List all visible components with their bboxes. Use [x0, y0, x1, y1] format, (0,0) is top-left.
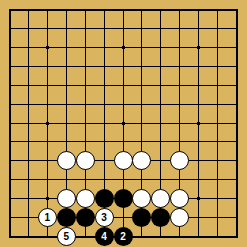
- star-point: [46, 46, 49, 49]
- move-number-label: 4: [101, 232, 107, 242]
- stone-black: 4: [95, 227, 114, 246]
- go-board-diagram: 13542: [0, 0, 247, 247]
- stone-white: [114, 151, 133, 170]
- stone-white: 5: [57, 227, 76, 246]
- stone-white: 3: [95, 208, 114, 227]
- star-point: [197, 122, 200, 125]
- star-point: [46, 197, 49, 200]
- move-number-label: 3: [101, 213, 107, 223]
- grid-line-vertical: [217, 10, 218, 237]
- stone-white: [57, 151, 76, 170]
- grid-line-horizontal: [10, 179, 237, 180]
- move-number-label: 1: [45, 213, 51, 223]
- star-point: [197, 197, 200, 200]
- stone-black: [57, 208, 76, 227]
- stone-white: [57, 189, 76, 208]
- move-number-label: 5: [63, 232, 69, 242]
- stone-white: 1: [38, 208, 57, 227]
- star-point: [197, 46, 200, 49]
- grid-line-horizontal: [10, 141, 237, 142]
- star-point: [46, 122, 49, 125]
- move-number-label: 2: [120, 232, 126, 242]
- stone-white: [76, 151, 95, 170]
- star-point: [122, 46, 125, 49]
- goban: 13542: [0, 0, 247, 247]
- star-point: [122, 122, 125, 125]
- stone-white: [76, 189, 95, 208]
- stone-black: 2: [114, 227, 133, 246]
- stone-black: [76, 208, 95, 227]
- stone-black: [114, 189, 133, 208]
- stone-black: [95, 189, 114, 208]
